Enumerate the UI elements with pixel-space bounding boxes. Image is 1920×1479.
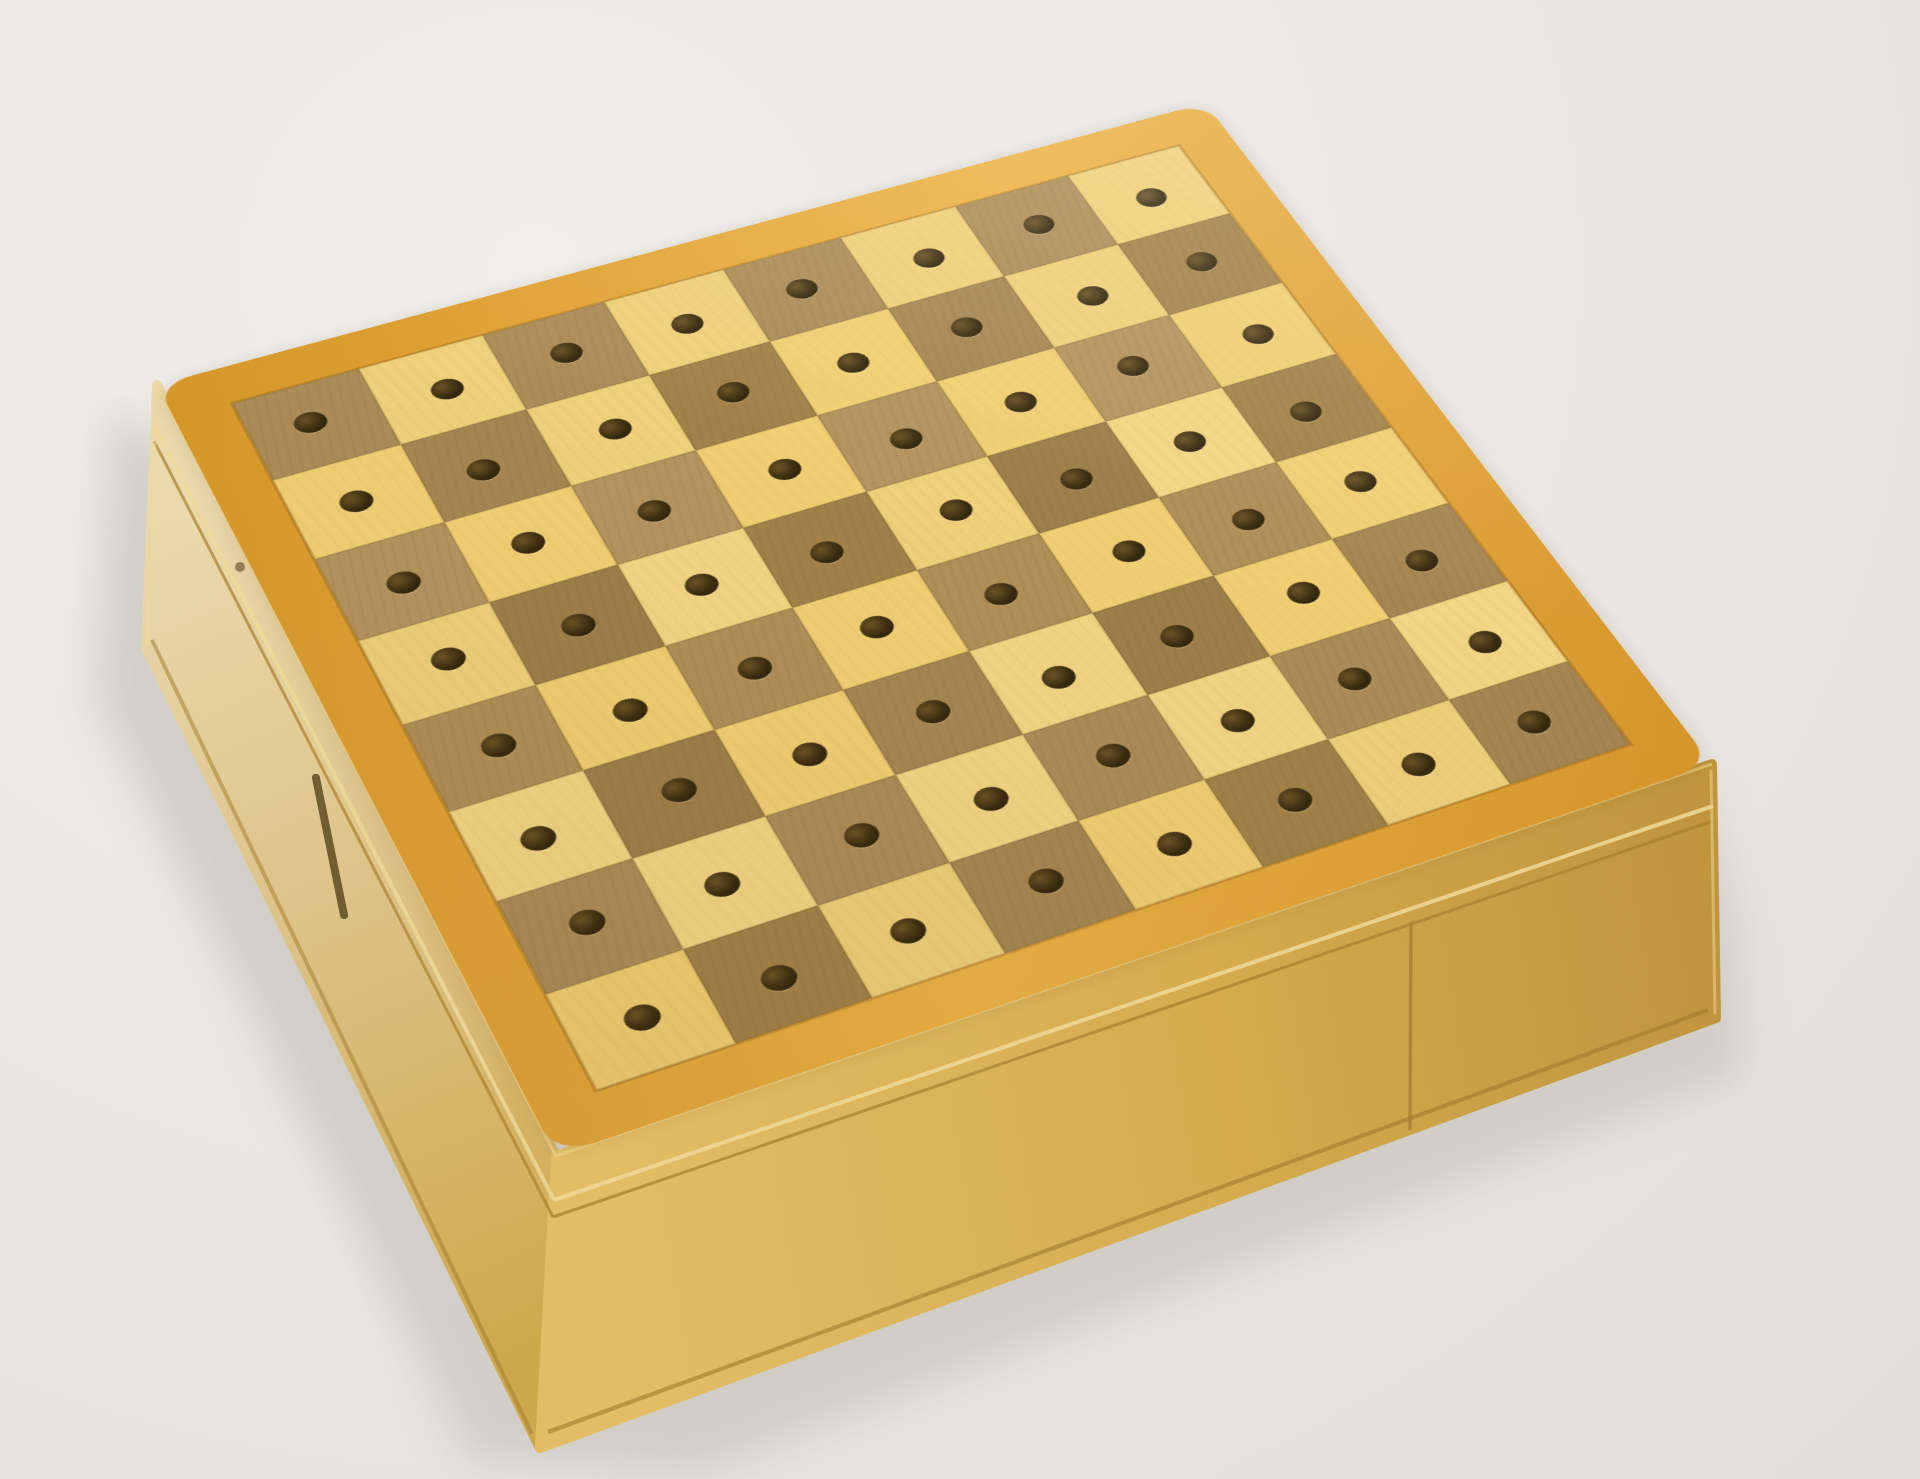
peg-hole (1168, 428, 1211, 455)
peg-hole (1154, 621, 1198, 651)
peg-hole (506, 528, 549, 557)
peg-hole (1462, 627, 1506, 657)
peg-hole (934, 496, 977, 524)
peg-hole (838, 819, 884, 852)
peg-hole (1395, 749, 1441, 780)
peg-hole (289, 408, 331, 436)
peg-hole (514, 822, 560, 855)
peg-hole (832, 349, 874, 376)
peg-hole (1130, 185, 1170, 210)
peg-hole (755, 961, 802, 996)
peg-hole (563, 905, 610, 939)
peg-hole (679, 570, 723, 600)
peg-hole (910, 696, 955, 727)
peg-hole (786, 738, 831, 770)
peg-hole (1511, 706, 1556, 737)
peg-hole (593, 415, 635, 443)
peg-hole (698, 868, 744, 901)
peg-hole (999, 388, 1041, 415)
peg-hole (1090, 740, 1135, 771)
peg-hole (945, 314, 987, 340)
peg-hole (1214, 705, 1259, 736)
peg-hole (732, 653, 776, 684)
peg-hole (1180, 249, 1221, 274)
peg-hole (1399, 546, 1443, 575)
peg-hole (781, 276, 822, 302)
peg-hole (1071, 283, 1112, 309)
peg-hole (1271, 784, 1317, 816)
peg-hole (656, 774, 702, 806)
peg-hole (381, 568, 425, 598)
photo-scene (0, 0, 1920, 1479)
peg-hole (1054, 465, 1097, 493)
peg-hole (967, 783, 1013, 815)
peg-hole (1106, 537, 1150, 566)
peg-hole (884, 914, 931, 948)
peg-hole (884, 425, 926, 453)
peg-hole (475, 729, 520, 761)
peg-hole (1338, 468, 1381, 496)
wood-knot (235, 562, 245, 572)
peg-hole (1331, 664, 1376, 694)
peg-hole (1226, 505, 1269, 533)
peg-hole (978, 579, 1022, 608)
peg-hole (763, 455, 806, 483)
peg-hole (908, 245, 949, 270)
peg-hole (666, 310, 707, 336)
peg-hole (545, 339, 587, 366)
peg-hole (334, 487, 377, 516)
peg-hole (461, 456, 504, 484)
peg-hole (854, 612, 898, 642)
peg-hole (1281, 578, 1325, 607)
peg-hole (426, 375, 468, 402)
drawer-seam (1410, 922, 1411, 1130)
peg-hole (618, 1000, 665, 1035)
peg-hole (1236, 321, 1278, 347)
peg-hole (1018, 212, 1059, 237)
peg-hole (1150, 828, 1196, 860)
peg-hole (1111, 352, 1153, 379)
peg-hole (1284, 398, 1326, 425)
peg-hole (556, 610, 600, 640)
peg-hole (425, 644, 469, 675)
peg-hole (1036, 662, 1081, 692)
peg-hole (711, 378, 753, 405)
peg-hole (607, 694, 652, 725)
peg-hole (632, 496, 675, 525)
peg-hole (804, 538, 847, 567)
peg-hole (1022, 864, 1068, 897)
